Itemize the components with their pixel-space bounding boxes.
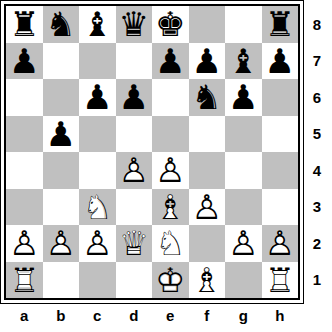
- square-c8[interactable]: ♝: [79, 6, 116, 43]
- board-frame: ♜♞♝♛♚♜♟♟♟♝♟♟♟♞♟♟♟♙♟♙♞♘♝♗♟♙♟♙♟♙♟♙♛♕♞♘♟♙♟♙…: [0, 0, 304, 304]
- square-f6[interactable]: ♞: [189, 79, 226, 116]
- black-pawn: ♟: [189, 43, 226, 80]
- white-pawn: ♟♙: [225, 225, 262, 262]
- white-bishop: ♝♗: [152, 189, 189, 226]
- square-d7[interactable]: [116, 43, 153, 80]
- black-rook: ♜: [6, 6, 43, 43]
- file-label-b: b: [43, 304, 80, 328]
- square-f1[interactable]: ♝♗: [189, 262, 226, 299]
- black-knight: ♞: [43, 6, 80, 43]
- white-pawn: ♟♙: [262, 225, 299, 262]
- rank-label-8: 8: [303, 6, 331, 43]
- square-h1[interactable]: ♜♖: [262, 262, 299, 299]
- square-f5[interactable]: [189, 116, 226, 153]
- white-pawn: ♟♙: [152, 152, 189, 189]
- rank-label-4: 4: [303, 152, 331, 189]
- square-g1[interactable]: [225, 262, 262, 299]
- square-h4[interactable]: [262, 152, 299, 189]
- black-bishop: ♝: [225, 43, 262, 80]
- square-d4[interactable]: ♟♙: [116, 152, 153, 189]
- black-king: ♚: [152, 6, 189, 43]
- square-a6[interactable]: [6, 79, 43, 116]
- black-pawn: ♟: [262, 43, 299, 80]
- square-e6[interactable]: [152, 79, 189, 116]
- white-pawn: ♟♙: [116, 152, 153, 189]
- white-knight: ♞♘: [79, 189, 116, 226]
- black-pawn: ♟: [152, 43, 189, 80]
- square-a8[interactable]: ♜: [6, 6, 43, 43]
- rank-labels: 87654321: [303, 6, 331, 298]
- black-pawn: ♟: [43, 116, 80, 153]
- square-e5[interactable]: [152, 116, 189, 153]
- square-b1[interactable]: [43, 262, 80, 299]
- square-g8[interactable]: [225, 6, 262, 43]
- file-label-h: h: [262, 304, 299, 328]
- black-queen: ♛: [116, 6, 153, 43]
- square-b4[interactable]: [43, 152, 80, 189]
- square-a2[interactable]: ♟♙: [6, 225, 43, 262]
- rank-label-6: 6: [303, 79, 331, 116]
- square-b2[interactable]: ♟♙: [43, 225, 80, 262]
- rank-label-2: 2: [303, 225, 331, 262]
- file-label-c: c: [79, 304, 116, 328]
- square-c6[interactable]: ♟: [79, 79, 116, 116]
- square-f4[interactable]: [189, 152, 226, 189]
- square-c5[interactable]: [79, 116, 116, 153]
- rank-label-5: 5: [303, 116, 331, 153]
- square-e4[interactable]: ♟♙: [152, 152, 189, 189]
- square-h2[interactable]: ♟♙: [262, 225, 299, 262]
- square-c7[interactable]: [79, 43, 116, 80]
- white-pawn: ♟♙: [6, 225, 43, 262]
- square-a3[interactable]: [6, 189, 43, 226]
- square-g4[interactable]: [225, 152, 262, 189]
- square-h7[interactable]: ♟: [262, 43, 299, 80]
- square-h8[interactable]: ♜: [262, 6, 299, 43]
- square-b7[interactable]: [43, 43, 80, 80]
- square-a1[interactable]: ♜♖: [6, 262, 43, 299]
- chess-diagram: ♜♞♝♛♚♜♟♟♟♝♟♟♟♞♟♟♟♙♟♙♞♘♝♗♟♙♟♙♟♙♟♙♛♕♞♘♟♙♟♙…: [0, 0, 332, 332]
- square-b6[interactable]: [43, 79, 80, 116]
- rank-label-7: 7: [303, 43, 331, 80]
- white-knight: ♞♘: [152, 225, 189, 262]
- white-queen: ♛♕: [116, 225, 153, 262]
- white-king: ♚♔: [152, 262, 189, 299]
- file-label-d: d: [116, 304, 153, 328]
- square-c1[interactable]: [79, 262, 116, 299]
- black-pawn: ♟: [6, 43, 43, 80]
- square-e2[interactable]: ♞♘: [152, 225, 189, 262]
- square-g3[interactable]: [225, 189, 262, 226]
- square-h6[interactable]: [262, 79, 299, 116]
- square-d1[interactable]: [116, 262, 153, 299]
- square-a5[interactable]: [6, 116, 43, 153]
- white-rook: ♜♖: [262, 262, 299, 299]
- white-pawn: ♟♙: [189, 189, 226, 226]
- square-b3[interactable]: [43, 189, 80, 226]
- file-label-e: e: [152, 304, 189, 328]
- white-pawn: ♟♙: [43, 225, 80, 262]
- file-labels: abcdefgh: [6, 304, 298, 328]
- square-e7[interactable]: ♟: [152, 43, 189, 80]
- rank-label-3: 3: [303, 189, 331, 226]
- black-rook: ♜: [262, 6, 299, 43]
- white-pawn: ♟♙: [79, 225, 116, 262]
- black-bishop: ♝: [79, 6, 116, 43]
- file-label-f: f: [189, 304, 226, 328]
- square-h5[interactable]: [262, 116, 299, 153]
- square-d2[interactable]: ♛♕: [116, 225, 153, 262]
- black-pawn: ♟: [79, 79, 116, 116]
- square-c3[interactable]: ♞♘: [79, 189, 116, 226]
- file-label-a: a: [6, 304, 43, 328]
- black-pawn: ♟: [116, 79, 153, 116]
- white-rook: ♜♖: [6, 262, 43, 299]
- square-f7[interactable]: ♟: [189, 43, 226, 80]
- square-a4[interactable]: [6, 152, 43, 189]
- square-c2[interactable]: ♟♙: [79, 225, 116, 262]
- black-knight: ♞: [189, 79, 226, 116]
- square-g2[interactable]: ♟♙: [225, 225, 262, 262]
- square-d3[interactable]: [116, 189, 153, 226]
- square-d5[interactable]: [116, 116, 153, 153]
- square-f3[interactable]: ♟♙: [189, 189, 226, 226]
- square-e1[interactable]: ♚♔: [152, 262, 189, 299]
- square-g7[interactable]: ♝: [225, 43, 262, 80]
- square-e3[interactable]: ♝♗: [152, 189, 189, 226]
- square-a7[interactable]: ♟: [6, 43, 43, 80]
- square-f2[interactable]: [189, 225, 226, 262]
- square-g6[interactable]: ♟: [225, 79, 262, 116]
- square-b5[interactable]: ♟: [43, 116, 80, 153]
- square-d8[interactable]: ♛: [116, 6, 153, 43]
- square-g5[interactable]: [225, 116, 262, 153]
- square-e8[interactable]: ♚: [152, 6, 189, 43]
- square-d6[interactable]: ♟: [116, 79, 153, 116]
- white-bishop: ♝♗: [189, 262, 226, 299]
- square-h3[interactable]: [262, 189, 299, 226]
- square-f8[interactable]: [189, 6, 226, 43]
- square-c4[interactable]: [79, 152, 116, 189]
- black-pawn: ♟: [225, 79, 262, 116]
- chess-board: ♜♞♝♛♚♜♟♟♟♝♟♟♟♞♟♟♟♙♟♙♞♘♝♗♟♙♟♙♟♙♟♙♛♕♞♘♟♙♟♙…: [6, 6, 298, 298]
- rank-label-1: 1: [303, 262, 331, 299]
- square-b8[interactable]: ♞: [43, 6, 80, 43]
- file-label-g: g: [225, 304, 262, 328]
